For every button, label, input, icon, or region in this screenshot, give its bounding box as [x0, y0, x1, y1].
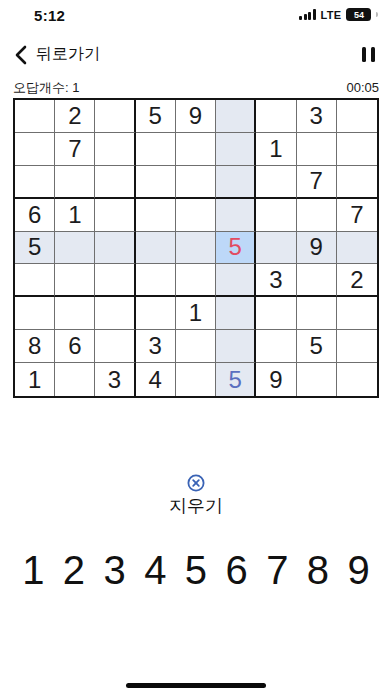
sudoku-cell-r6c4[interactable]: [136, 264, 176, 297]
battery-cap: [376, 12, 378, 17]
sudoku-cell-r7c8[interactable]: [297, 297, 337, 330]
sudoku-cell-r4c8[interactable]: [297, 199, 337, 232]
sudoku-cell-r6c5[interactable]: [176, 264, 216, 297]
battery-percent: 54: [354, 10, 364, 20]
sudoku-cell-r8c7[interactable]: [256, 330, 296, 363]
sudoku-cell-r9c5[interactable]: [176, 363, 216, 396]
numpad-digit-7[interactable]: 7: [257, 545, 298, 595]
numpad-digit-9[interactable]: 9: [338, 545, 379, 595]
sudoku-cell-r5c8[interactable]: 9: [297, 232, 337, 265]
sudoku-cell-r4c4[interactable]: [136, 199, 176, 232]
back-button-label: 뒤로가기: [36, 44, 100, 65]
sudoku-cell-r2c6[interactable]: [216, 133, 256, 166]
sudoku-cell-r2c8[interactable]: [297, 133, 337, 166]
sudoku-cell-r8c3[interactable]: [95, 330, 135, 363]
sudoku-cell-r2c7[interactable]: 1: [256, 133, 296, 166]
sudoku-cell-r1c1[interactable]: [15, 100, 55, 133]
sudoku-cell-r7c9[interactable]: [337, 297, 377, 330]
number-pad: 123456789: [13, 545, 379, 595]
sudoku-cell-r5c7[interactable]: [256, 232, 296, 265]
numpad-digit-2[interactable]: 2: [54, 545, 95, 595]
sudoku-cell-r1c4[interactable]: 5: [136, 100, 176, 133]
sudoku-cell-r3c4[interactable]: [136, 166, 176, 199]
sudoku-cell-r7c3[interactable]: [95, 297, 135, 330]
sudoku-cell-r7c2[interactable]: [55, 297, 95, 330]
nav-bar: 뒤로가기: [0, 44, 392, 70]
erase-button-label: 지우기: [169, 494, 223, 518]
erase-button[interactable]: 지우기: [0, 474, 392, 518]
sudoku-cell-r9c8[interactable]: [297, 363, 337, 396]
sudoku-cell-r7c5[interactable]: 1: [176, 297, 216, 330]
cellular-signal-icon: [299, 9, 316, 20]
numpad-digit-8[interactable]: 8: [298, 545, 339, 595]
sudoku-cell-r3c8[interactable]: 7: [297, 166, 337, 199]
sudoku-cell-r1c8[interactable]: 3: [297, 100, 337, 133]
sudoku-cell-r6c9[interactable]: 2: [337, 264, 377, 297]
sudoku-cell-r1c3[interactable]: [95, 100, 135, 133]
sudoku-cell-r4c3[interactable]: [95, 199, 135, 232]
sudoku-cell-r4c2[interactable]: 1: [55, 199, 95, 232]
sudoku-cell-r6c6[interactable]: [216, 264, 256, 297]
sudoku-cell-r1c6[interactable]: [216, 100, 256, 133]
sudoku-cell-r2c3[interactable]: [95, 133, 135, 166]
timer-label: 00:05: [346, 80, 379, 95]
battery-icon: 54: [346, 8, 371, 21]
clock-time: 5:12: [34, 7, 65, 24]
sudoku-cell-r6c1[interactable]: [15, 264, 55, 297]
game-info-row: 오답개수: 1 00:05: [13, 79, 379, 96]
numpad-digit-4[interactable]: 4: [135, 545, 176, 595]
sudoku-cell-r9c7[interactable]: 9: [256, 363, 296, 396]
sudoku-cell-r4c5[interactable]: [176, 199, 216, 232]
sudoku-cell-r5c4[interactable]: [136, 232, 176, 265]
circle-x-icon: [187, 474, 205, 492]
sudoku-cell-r8c5[interactable]: [176, 330, 216, 363]
sudoku-cell-r1c9[interactable]: [337, 100, 377, 133]
status-right-cluster: LTE 54: [299, 8, 378, 21]
sudoku-cell-r6c3[interactable]: [95, 264, 135, 297]
sudoku-cell-r7c6[interactable]: [216, 297, 256, 330]
sudoku-cell-r9c3[interactable]: 3: [95, 363, 135, 396]
numpad-digit-3[interactable]: 3: [94, 545, 135, 595]
sudoku-cell-r7c4[interactable]: [136, 297, 176, 330]
sudoku-cell-r1c2[interactable]: 2: [55, 100, 95, 133]
sudoku-cell-r3c2[interactable]: [55, 166, 95, 199]
sudoku-cell-r3c1[interactable]: [15, 166, 55, 199]
sudoku-cell-r4c1[interactable]: 6: [15, 199, 55, 232]
sudoku-cell-r5c5[interactable]: [176, 232, 216, 265]
sudoku-cell-r1c5[interactable]: 9: [176, 100, 216, 133]
sudoku-cell-r4c7[interactable]: [256, 199, 296, 232]
sudoku-cell-r8c9[interactable]: [337, 330, 377, 363]
sudoku-cell-r5c9[interactable]: [337, 232, 377, 265]
sudoku-cell-r2c1[interactable]: [15, 133, 55, 166]
sudoku-cell-r7c7[interactable]: [256, 297, 296, 330]
sudoku-board: 2593717617559321863513459: [13, 98, 379, 398]
sudoku-cell-r6c8[interactable]: [297, 264, 337, 297]
sudoku-cell-r2c2[interactable]: 7: [55, 133, 95, 166]
sudoku-cell-r9c2[interactable]: [55, 363, 95, 396]
pause-icon: [362, 47, 366, 62]
sudoku-cell-r5c2[interactable]: [55, 232, 95, 265]
sudoku-cell-r3c7[interactable]: [256, 166, 296, 199]
sudoku-cell-r6c7[interactable]: 3: [256, 264, 296, 297]
sudoku-cell-r4c6[interactable]: [216, 199, 256, 232]
pause-button[interactable]: [362, 47, 375, 62]
sudoku-cell-r3c3[interactable]: [95, 166, 135, 199]
sudoku-cell-r8c2[interactable]: 6: [55, 330, 95, 363]
sudoku-cell-r2c9[interactable]: [337, 133, 377, 166]
sudoku-cell-r3c9[interactable]: [337, 166, 377, 199]
sudoku-cell-r9c1[interactable]: 1: [15, 363, 55, 396]
back-button[interactable]: 뒤로가기: [15, 44, 100, 65]
chevron-left-icon: [15, 45, 27, 65]
sudoku-cell-r8c8[interactable]: 5: [297, 330, 337, 363]
sudoku-cell-r3c6[interactable]: [216, 166, 256, 199]
sudoku-cell-r5c1[interactable]: 5: [15, 232, 55, 265]
sudoku-cell-r3c5[interactable]: [176, 166, 216, 199]
sudoku-cell-r5c6[interactable]: 5: [216, 232, 256, 265]
sudoku-app-screen: 5:12 LTE 54 뒤로가기 오답개수: 1 00:05 25937176: [0, 0, 392, 696]
home-indicator[interactable]: [126, 683, 266, 688]
numpad-digit-6[interactable]: 6: [216, 545, 257, 595]
sudoku-cell-r7c1[interactable]: [15, 297, 55, 330]
sudoku-cell-r8c1[interactable]: 8: [15, 330, 55, 363]
sudoku-cell-r9c6[interactable]: 5: [216, 363, 256, 396]
sudoku-cell-r2c5[interactable]: [176, 133, 216, 166]
numpad-digit-1[interactable]: 1: [13, 545, 54, 595]
status-bar: 5:12 LTE 54: [0, 0, 392, 32]
sudoku-cell-r2c4[interactable]: [136, 133, 176, 166]
sudoku-cell-r9c4[interactable]: 4: [136, 363, 176, 396]
sudoku-cell-r5c3[interactable]: [95, 232, 135, 265]
sudoku-cell-r1c7[interactable]: [256, 100, 296, 133]
network-type-label: LTE: [321, 9, 342, 21]
sudoku-cell-r4c9[interactable]: 7: [337, 199, 377, 232]
mistake-count-label: 오답개수: 1: [13, 79, 79, 97]
sudoku-cell-r6c2[interactable]: [55, 264, 95, 297]
numpad-digit-5[interactable]: 5: [176, 545, 217, 595]
sudoku-cell-r8c4[interactable]: 3: [136, 330, 176, 363]
sudoku-cell-r8c6[interactable]: [216, 330, 256, 363]
sudoku-cell-r9c9[interactable]: [337, 363, 377, 396]
